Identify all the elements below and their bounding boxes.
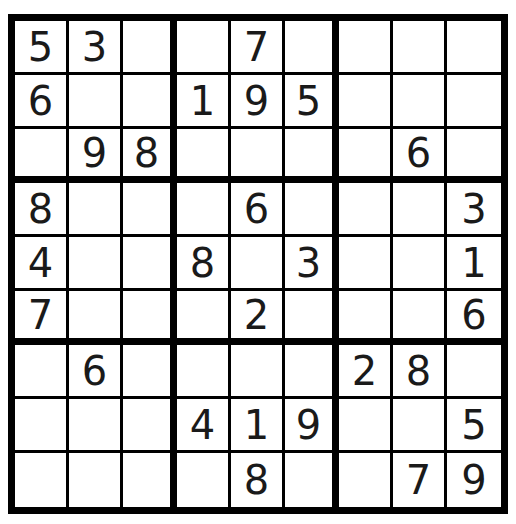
sudoku-cell-empty[interactable] (339, 75, 393, 129)
sudoku-cell-given: 6 (393, 129, 447, 183)
sudoku-cell-given: 1 (447, 237, 501, 291)
sudoku-cell-empty[interactable] (285, 21, 339, 75)
sudoku-cell-empty[interactable] (339, 21, 393, 75)
sudoku-cell-given: 9 (69, 129, 123, 183)
sudoku-cell-given: 5 (447, 399, 501, 453)
sudoku-cell-given: 6 (447, 291, 501, 345)
sudoku-cell-given: 6 (15, 75, 69, 129)
sudoku-cell-empty[interactable] (177, 291, 231, 345)
sudoku-cell-given: 2 (231, 291, 285, 345)
sudoku-cell-empty[interactable] (69, 75, 123, 129)
sudoku-cell-empty[interactable] (69, 183, 123, 237)
sudoku-cell-given: 3 (447, 183, 501, 237)
sudoku-cell-given: 1 (177, 75, 231, 129)
sudoku-cell-empty[interactable] (123, 399, 177, 453)
sudoku-cell-empty[interactable] (339, 129, 393, 183)
sudoku-cell-empty[interactable] (339, 399, 393, 453)
sudoku-cell-given: 3 (69, 21, 123, 75)
sudoku-cell-given: 6 (69, 345, 123, 399)
sudoku-cell-empty[interactable] (123, 345, 177, 399)
sudoku-cell-empty[interactable] (15, 129, 69, 183)
sudoku-cell-empty[interactable] (339, 237, 393, 291)
sudoku-cell-given: 8 (177, 237, 231, 291)
sudoku-cell-given: 9 (285, 399, 339, 453)
sudoku-cell-empty[interactable] (15, 345, 69, 399)
sudoku-cell-given: 9 (231, 75, 285, 129)
sudoku-cell-empty[interactable] (285, 291, 339, 345)
sudoku-cell-empty[interactable] (123, 75, 177, 129)
sudoku-cell-given: 7 (393, 453, 447, 507)
sudoku-cell-empty[interactable] (69, 453, 123, 507)
sudoku-cell-empty[interactable] (393, 21, 447, 75)
sudoku-cell-given: 5 (285, 75, 339, 129)
sudoku-cell-empty[interactable] (447, 21, 501, 75)
sudoku-cell-empty[interactable] (177, 129, 231, 183)
sudoku-cell-empty[interactable] (177, 345, 231, 399)
sudoku-cell-given: 8 (231, 453, 285, 507)
sudoku-cell-given: 7 (231, 21, 285, 75)
sudoku-cell-given: 8 (15, 183, 69, 237)
sudoku-cell-empty[interactable] (393, 237, 447, 291)
sudoku-cell-given: 8 (123, 129, 177, 183)
sudoku-cell-given: 1 (231, 399, 285, 453)
sudoku-cell-empty[interactable] (339, 183, 393, 237)
sudoku-cell-empty[interactable] (123, 453, 177, 507)
sudoku-cell-given: 5 (15, 21, 69, 75)
sudoku-cell-empty[interactable] (123, 183, 177, 237)
sudoku-cell-empty[interactable] (447, 129, 501, 183)
sudoku-cell-empty[interactable] (393, 75, 447, 129)
sudoku-page: 537619598686348317266284195879 (0, 0, 516, 524)
sudoku-cell-empty[interactable] (393, 183, 447, 237)
sudoku-cell-given: 9 (447, 453, 501, 507)
sudoku-cell-given: 4 (177, 399, 231, 453)
sudoku-cell-empty[interactable] (285, 183, 339, 237)
sudoku-cell-given: 2 (339, 345, 393, 399)
sudoku-cell-empty[interactable] (285, 345, 339, 399)
sudoku-cell-empty[interactable] (231, 129, 285, 183)
sudoku-cell-empty[interactable] (447, 345, 501, 399)
sudoku-cell-empty[interactable] (15, 453, 69, 507)
sudoku-cell-given: 3 (285, 237, 339, 291)
sudoku-cell-empty[interactable] (177, 21, 231, 75)
sudoku-cell-empty[interactable] (69, 399, 123, 453)
sudoku-cell-empty[interactable] (231, 345, 285, 399)
sudoku-cell-empty[interactable] (123, 21, 177, 75)
sudoku-cell-empty[interactable] (393, 291, 447, 345)
sudoku-cell-empty[interactable] (15, 399, 69, 453)
sudoku-cell-empty[interactable] (69, 237, 123, 291)
sudoku-cell-empty[interactable] (339, 291, 393, 345)
sudoku-cell-empty[interactable] (285, 453, 339, 507)
sudoku-cell-given: 7 (15, 291, 69, 345)
sudoku-cell-given: 4 (15, 237, 69, 291)
sudoku-cell-empty[interactable] (447, 75, 501, 129)
sudoku-cell-empty[interactable] (393, 399, 447, 453)
sudoku-cell-empty[interactable] (123, 291, 177, 345)
sudoku-cell-empty[interactable] (123, 237, 177, 291)
sudoku-cell-empty[interactable] (69, 291, 123, 345)
sudoku-cell-empty[interactable] (285, 129, 339, 183)
sudoku-cell-empty[interactable] (231, 237, 285, 291)
sudoku-board: 537619598686348317266284195879 (8, 14, 508, 514)
sudoku-cell-given: 8 (393, 345, 447, 399)
sudoku-cell-empty[interactable] (177, 453, 231, 507)
sudoku-cell-given: 6 (231, 183, 285, 237)
sudoku-cell-empty[interactable] (339, 453, 393, 507)
sudoku-cell-empty[interactable] (177, 183, 231, 237)
